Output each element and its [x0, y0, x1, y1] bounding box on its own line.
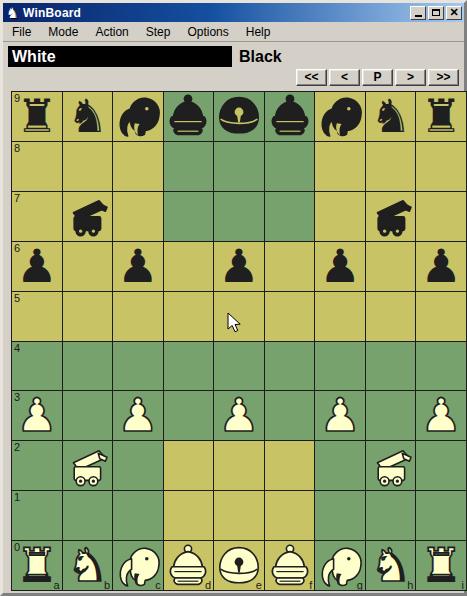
square-g4[interactable]	[315, 342, 365, 391]
window-title: WinBoard	[23, 6, 81, 20]
white-pawn[interactable]: ♟	[421, 391, 462, 440]
square-g9[interactable]	[315, 92, 365, 141]
black-pawn[interactable]: ♟	[319, 242, 360, 291]
black-horse[interactable]: ♞	[67, 92, 108, 141]
square-c9[interactable]	[113, 92, 163, 141]
file-label-c: c	[155, 579, 161, 590]
square-g6[interactable]: ♟	[315, 242, 365, 291]
white-player-label: White	[8, 46, 232, 67]
white-cannon[interactable]	[367, 442, 415, 490]
square-f6[interactable]	[265, 242, 315, 291]
title-bar: ♞ WinBoard ✕	[3, 3, 464, 22]
square-b2[interactable]	[63, 441, 113, 490]
black-cannon[interactable]	[63, 192, 111, 240]
square-d1[interactable]	[164, 491, 214, 540]
black-horse[interactable]: ♞	[370, 92, 411, 141]
square-i0[interactable]: i♜	[416, 541, 466, 590]
square-i2[interactable]	[416, 441, 466, 490]
square-h9[interactable]: ♞	[366, 92, 416, 141]
square-h7[interactable]	[366, 192, 416, 241]
square-c0[interactable]: c	[113, 541, 163, 590]
mouse-cursor	[227, 312, 242, 334]
square-d9[interactable]	[164, 92, 214, 141]
square-a2[interactable]: 2	[12, 441, 62, 490]
square-c3[interactable]: ♟	[113, 391, 163, 440]
white-cannon[interactable]	[63, 442, 111, 490]
square-b6[interactable]	[63, 242, 113, 291]
square-e0[interactable]: e	[214, 541, 264, 590]
square-e8[interactable]	[214, 142, 264, 191]
close-button[interactable]: ✕	[446, 6, 462, 20]
square-c2[interactable]	[113, 441, 163, 490]
pause-button[interactable]: P	[362, 69, 393, 86]
white-rook[interactable]: ♜	[421, 541, 462, 590]
white-horse[interactable]: ♞	[370, 541, 411, 590]
square-g2[interactable]	[315, 441, 365, 490]
board: 9♜♞♞♜876♟♟♟♟♟543♟♟♟♟♟210a♜b♞cdefgh♞i♜	[11, 91, 467, 591]
white-advisor[interactable]	[266, 542, 314, 590]
black-elephant[interactable]	[114, 92, 162, 140]
square-i5[interactable]	[416, 292, 466, 341]
maximize-button[interactable]	[428, 6, 444, 20]
fast-forward-button[interactable]: >>	[428, 69, 459, 86]
rank-label-3: 3	[14, 391, 20, 403]
file-label-e: e	[256, 579, 262, 590]
rank-label-0: 0	[14, 541, 20, 553]
white-horse[interactable]: ♞	[67, 541, 108, 590]
step-forward-button[interactable]: >	[395, 69, 426, 86]
rank-label-5: 5	[14, 292, 20, 304]
square-a1[interactable]: 1	[12, 491, 62, 540]
square-g1[interactable]	[315, 491, 365, 540]
square-b8[interactable]	[63, 142, 113, 191]
winboard-knight-icon: ♞	[5, 5, 20, 20]
square-f1[interactable]	[265, 491, 315, 540]
square-a3[interactable]: 3♟	[12, 391, 62, 440]
square-h2[interactable]	[366, 441, 416, 490]
square-b4[interactable]	[63, 342, 113, 391]
square-f4[interactable]	[265, 342, 315, 391]
square-e6[interactable]: ♟	[214, 242, 264, 291]
square-b9[interactable]: ♞	[63, 92, 113, 141]
step-back-button[interactable]: <	[329, 69, 360, 86]
square-g8[interactable]	[315, 142, 365, 191]
square-f8[interactable]	[265, 142, 315, 191]
rank-label-1: 1	[14, 491, 20, 503]
menu-help[interactable]: Help	[246, 25, 271, 39]
black-pawn[interactable]: ♟	[421, 242, 462, 291]
square-e1[interactable]	[214, 491, 264, 540]
winboard-window: ♞ WinBoard ✕ FileModeActionStepOptionsHe…	[0, 0, 467, 596]
square-h8[interactable]	[366, 142, 416, 191]
rank-label-4: 4	[14, 342, 20, 354]
square-d4[interactable]	[164, 342, 214, 391]
rank-label-2: 2	[14, 441, 20, 453]
square-b0[interactable]: b♞	[63, 541, 113, 590]
minimize-button[interactable]	[410, 6, 426, 20]
square-a9[interactable]: 9♜	[12, 92, 62, 141]
square-i7[interactable]	[416, 192, 466, 241]
menu-options[interactable]: Options	[187, 25, 228, 39]
square-h3[interactable]	[366, 391, 416, 440]
square-b3[interactable]	[63, 391, 113, 440]
square-e3[interactable]: ♟	[214, 391, 264, 440]
square-a7[interactable]: 7	[12, 192, 62, 241]
black-pawn[interactable]: ♟	[218, 242, 259, 291]
white-pawn[interactable]: ♟	[319, 391, 360, 440]
black-cannon[interactable]	[367, 192, 415, 240]
black-player-label: Black	[232, 46, 282, 67]
player-bar: White Black	[8, 46, 460, 67]
square-c8[interactable]	[113, 142, 163, 191]
menu-bar: FileModeActionStepOptionsHelp	[3, 22, 464, 42]
black-pawn[interactable]: ♟	[117, 242, 158, 291]
square-f0[interactable]: f	[265, 541, 315, 590]
rank-label-7: 7	[14, 192, 20, 204]
square-e9[interactable]	[214, 92, 264, 141]
square-i3[interactable]: ♟	[416, 391, 466, 440]
square-d7[interactable]	[164, 192, 214, 241]
black-elephant[interactable]	[316, 92, 364, 140]
menu-mode[interactable]: Mode	[48, 25, 78, 39]
rank-label-8: 8	[14, 142, 20, 154]
rank-label-6: 6	[14, 242, 20, 254]
rank-label-9: 9	[14, 92, 20, 104]
square-c4[interactable]	[113, 342, 163, 391]
file-label-i: i	[462, 579, 464, 590]
square-c5[interactable]	[113, 292, 163, 341]
square-e4[interactable]	[214, 342, 264, 391]
nav-toolbar: <<<P>>>	[6, 69, 461, 88]
white-pawn[interactable]: ♟	[16, 391, 57, 440]
file-label-d: d	[205, 579, 211, 590]
square-i1[interactable]	[416, 491, 466, 540]
menu-file[interactable]: File	[12, 25, 31, 39]
square-a8[interactable]: 8	[12, 142, 62, 191]
square-b1[interactable]	[63, 491, 113, 540]
square-c6[interactable]: ♟	[113, 242, 163, 291]
square-f3[interactable]	[265, 391, 315, 440]
square-d6[interactable]	[164, 242, 214, 291]
white-pawn[interactable]: ♟	[117, 391, 158, 440]
square-d2[interactable]	[164, 441, 214, 490]
square-g7[interactable]	[315, 192, 365, 241]
black-general[interactable]	[215, 92, 263, 140]
square-i8[interactable]	[416, 142, 466, 191]
menu-action[interactable]: Action	[95, 25, 128, 39]
file-label-b: b	[104, 579, 110, 590]
square-g3[interactable]: ♟	[315, 391, 365, 440]
black-rook[interactable]: ♜	[16, 92, 57, 141]
black-advisor[interactable]	[164, 92, 212, 140]
square-f2[interactable]	[265, 441, 315, 490]
square-i9[interactable]: ♜	[416, 92, 466, 141]
close-icon: ✕	[449, 7, 458, 17]
square-g0[interactable]: g	[315, 541, 365, 590]
file-label-a: a	[53, 579, 59, 590]
square-h6[interactable]	[366, 242, 416, 291]
square-a5[interactable]: 5	[12, 292, 62, 341]
board-wrap: 9♜♞♞♜876♟♟♟♟♟543♟♟♟♟♟210a♜b♞cdefgh♞i♜	[11, 91, 467, 591]
square-b7[interactable]	[63, 192, 113, 241]
square-i6[interactable]: ♟	[416, 242, 466, 291]
file-label-f: f	[309, 579, 312, 590]
file-label-g: g	[357, 579, 363, 590]
square-i4[interactable]	[416, 342, 466, 391]
square-c1[interactable]	[113, 491, 163, 540]
square-a4[interactable]: 4	[12, 342, 62, 391]
square-f9[interactable]	[265, 92, 315, 141]
square-d5[interactable]	[164, 292, 214, 341]
white-rook[interactable]: ♜	[16, 541, 57, 590]
black-pawn[interactable]: ♟	[16, 242, 57, 291]
black-advisor[interactable]	[266, 92, 314, 140]
rewind-button[interactable]: <<	[296, 69, 327, 86]
square-b5[interactable]	[63, 292, 113, 341]
square-h0[interactable]: h♞	[366, 541, 416, 590]
square-h4[interactable]	[366, 342, 416, 391]
square-a0[interactable]: 0a♜	[12, 541, 62, 590]
square-h5[interactable]	[366, 292, 416, 341]
file-label-h: h	[407, 579, 413, 590]
maximize-icon	[432, 9, 440, 16]
square-h1[interactable]	[366, 491, 416, 540]
square-f5[interactable]	[265, 292, 315, 341]
square-a6[interactable]: 6♟	[12, 242, 62, 291]
menu-step[interactable]: Step	[146, 25, 171, 39]
square-f7[interactable]	[265, 192, 315, 241]
square-d8[interactable]	[164, 142, 214, 191]
square-c7[interactable]	[113, 192, 163, 241]
square-g5[interactable]	[315, 292, 365, 341]
square-e2[interactable]	[214, 441, 264, 490]
square-e7[interactable]	[214, 192, 264, 241]
square-d3[interactable]	[164, 391, 214, 440]
square-d0[interactable]: d	[164, 541, 214, 590]
minimize-icon	[415, 15, 422, 17]
black-rook[interactable]: ♜	[421, 92, 462, 141]
white-pawn[interactable]: ♟	[218, 391, 259, 440]
